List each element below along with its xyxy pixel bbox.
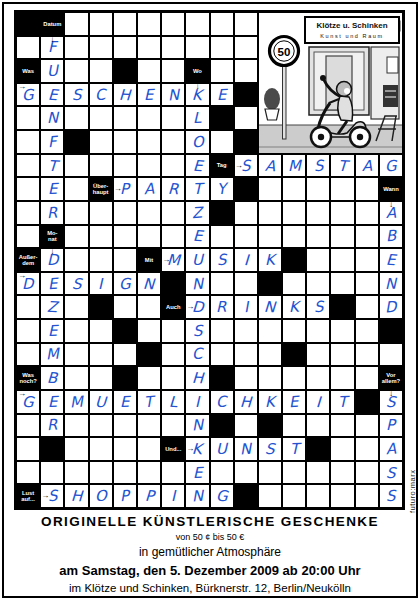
empty-cell-r17-c6: [162, 415, 184, 437]
letter-cell-r20-c5: P: [138, 485, 160, 507]
answer-letter: T: [193, 180, 202, 198]
letter-cell-r3-c8: E: [211, 84, 233, 106]
empty-cell-r2-c3: [90, 60, 112, 82]
empty-cell-r20-c12: [307, 485, 329, 507]
empty-cell-r2-c6: [162, 60, 184, 82]
flyer: DatumF↓WasUWoG→ESCHENK↓ENLFOTETagS→AMSTA…: [0, 0, 420, 600]
answer-letter: S: [386, 487, 396, 505]
empty-cell-r13-c11: [283, 320, 305, 342]
answer-letter: R: [46, 416, 58, 435]
answer-letter: N: [191, 274, 203, 293]
answer-letter: Y: [216, 180, 226, 199]
empty-cell-r13-c10: [259, 320, 281, 342]
empty-cell-r1-c5: [138, 37, 160, 59]
letter-cell-r10-c6: M→: [162, 249, 184, 271]
letter-cell-r18-c7: K→: [186, 438, 208, 460]
answer-letter: G: [384, 156, 397, 175]
letter-cell-r11-c7: N: [186, 273, 208, 295]
black-cell-r5-c2: [65, 131, 87, 153]
empty-cell-r11-c11: [283, 273, 305, 295]
answer-letter: H: [191, 369, 203, 388]
arrow-bend-icon: →: [18, 272, 26, 280]
empty-cell-r11-c14: [356, 273, 378, 295]
empty-cell-r18-c4: [114, 438, 136, 460]
empty-cell-r15-c13: [331, 367, 353, 389]
black-cell-r15-c4: [114, 367, 136, 389]
answer-letter: E: [47, 393, 57, 411]
letter-cell-r17-c7: N: [186, 415, 208, 437]
answer-letter: P: [120, 487, 130, 506]
letter-cell-r14-c1: M: [41, 344, 63, 366]
footer-prices: von 50 ¢ bis 50 €: [0, 532, 420, 542]
empty-cell-r10-c12: [307, 249, 329, 271]
letter-cell-r2-c1: U: [41, 60, 63, 82]
shop-sign-line2: Kunst und Raum: [320, 33, 383, 39]
answer-letter: N: [191, 487, 203, 506]
letter-cell-r16-c12: I: [307, 391, 329, 413]
empty-cell-r0-c5: [138, 13, 160, 35]
answer-letter: S: [71, 274, 81, 292]
empty-cell-r19-c4: [114, 462, 136, 484]
small-sign: [387, 57, 398, 73]
empty-cell-r19-c3: [90, 462, 112, 484]
empty-cell-r5-c4: [114, 131, 136, 153]
empty-cell-r5-c0: [17, 131, 39, 153]
empty-cell-r19-c1: [41, 462, 63, 484]
letter-cell-r12-c1: Z: [41, 296, 63, 318]
letter-cell-r18-c9: N: [235, 438, 257, 460]
empty-cell-r8-c14: [356, 202, 378, 224]
empty-cell-r9-c2: [65, 226, 87, 248]
letter-cell-r18-c8: U: [211, 438, 233, 460]
arrow-down-icon: ↓: [389, 201, 393, 209]
letter-cell-r11-c1: E: [41, 273, 63, 295]
letter-cell-r6-c14: A: [356, 155, 378, 177]
letter-cell-r3-c2: S: [65, 84, 87, 106]
empty-cell-r13-c8: [211, 320, 233, 342]
empty-cell-r20-c13: [331, 485, 353, 507]
empty-cell-r6-c5: [138, 155, 160, 177]
letter-cell-r4-c7: L: [186, 107, 208, 129]
arrow-down-icon: ↓: [195, 83, 199, 91]
empty-cell-r6-c3: [90, 155, 112, 177]
empty-cell-r7-c10: [259, 178, 281, 200]
empty-cell-r17-c13: [331, 415, 353, 437]
letter-cell-r3-c4: H: [114, 84, 136, 106]
empty-cell-r19-c8: [211, 462, 233, 484]
answer-letter: Z: [192, 203, 204, 222]
answer-letter: C: [192, 345, 204, 364]
answer-letter: N: [191, 416, 203, 435]
answer-letter: E: [192, 156, 202, 174]
rider-helmet: [337, 82, 352, 97]
clue-cell-r20-c0: Lust auf...: [17, 485, 39, 507]
letter-cell-r3-c5: E: [138, 84, 160, 106]
empty-cell-r5-c5: [138, 131, 160, 153]
shop-sign-line1: Klötze u. Schinken: [316, 21, 387, 30]
letter-cell-r7-c4: P→: [114, 178, 136, 200]
answer-letter: M: [45, 345, 59, 364]
footer: ORIGINELLE KÜNSTLERISCHE GESCHENKE von 5…: [0, 514, 420, 594]
letter-cell-r16-c4: E: [114, 391, 136, 413]
empty-cell-r12-c2: [65, 296, 87, 318]
empty-cell-r0-c8: [211, 13, 233, 35]
answer-letter: K: [265, 251, 275, 269]
empty-cell-r7-c14: [356, 178, 378, 200]
empty-cell-r17-c11: [283, 415, 305, 437]
empty-cell-r14-c12: [307, 344, 329, 366]
empty-cell-r5-c3: [90, 131, 112, 153]
answer-letter: E: [217, 86, 227, 104]
answer-letter: A: [361, 156, 372, 174]
empty-cell-r10-c14: [356, 249, 378, 271]
letter-cell-r18-c15: A: [380, 438, 402, 460]
empty-cell-r15-c14: [356, 367, 378, 389]
empty-cell-r14-c3: [90, 344, 112, 366]
letter-cell-r18-c11: T: [283, 438, 305, 460]
letter-cell-r3-c1: E: [41, 84, 63, 106]
empty-cell-r0-c2: [65, 13, 87, 35]
letter-cell-r7-c1: E: [41, 178, 63, 200]
answer-letter: D: [385, 298, 398, 317]
letter-cell-r12-c8: R: [211, 296, 233, 318]
letter-cell-r6-c12: S: [307, 155, 329, 177]
letter-cell-r6-c10: A: [259, 155, 281, 177]
letter-cell-r11-c2: S: [65, 273, 87, 295]
letter-cell-r10-c8: S: [211, 249, 233, 271]
letter-cell-r11-c4: G: [114, 273, 136, 295]
empty-cell-r17-c2: [65, 415, 87, 437]
empty-cell-r19-c9: [235, 462, 257, 484]
answer-letter: E: [386, 251, 396, 269]
letter-cell-r8-c7: Z: [186, 202, 208, 224]
arrow-right-icon: →: [41, 492, 49, 500]
empty-cell-r11-c12: [307, 273, 329, 295]
empty-cell-r11-c9: [235, 273, 257, 295]
letter-cell-r19-c15: S: [380, 462, 402, 484]
empty-cell-r15-c12: [307, 367, 329, 389]
empty-cell-r13-c12: [307, 320, 329, 342]
empty-cell-r19-c6: [162, 462, 184, 484]
empty-cell-r15-c5: [138, 367, 160, 389]
empty-cell-r15-c3: [90, 367, 112, 389]
empty-cell-r14-c4: [114, 344, 136, 366]
dark-sign: [383, 85, 398, 107]
answer-letter: N: [47, 109, 59, 127]
empty-cell-r8-c11: [283, 202, 305, 224]
arrow-right-icon: →: [162, 256, 170, 264]
clue-cell-r9-c1: Mo- nat: [41, 226, 63, 248]
empty-cell-r10-c13: [331, 249, 353, 271]
letter-cell-r3-c6: N: [162, 84, 184, 106]
empty-cell-r14-c10: [259, 344, 281, 366]
answer-letter: N: [143, 274, 155, 293]
letter-cell-r20-c3: O: [90, 485, 112, 507]
empty-cell-r9-c12: [307, 226, 329, 248]
black-cell-r15-c8: [211, 367, 233, 389]
empty-cell-r13-c14: [356, 320, 378, 342]
answer-letter: N: [167, 85, 179, 104]
arrow-right-icon: →: [186, 303, 194, 311]
letter-cell-r9-c15: B: [380, 226, 402, 248]
empty-cell-r13-c6: [162, 320, 184, 342]
answer-letter: G: [215, 487, 228, 506]
black-cell-r2-c4: [114, 60, 136, 82]
arrow-down-icon: ↓: [50, 248, 54, 256]
black-cell-r12-c3: [90, 296, 112, 318]
letter-cell-r16-c6: L: [162, 391, 184, 413]
empty-cell-r8-c10: [259, 202, 281, 224]
answer-letter: O: [95, 487, 107, 505]
empty-cell-r11-c8: [211, 273, 233, 295]
answer-letter: S: [216, 251, 227, 270]
empty-cell-r8-c12: [307, 202, 329, 224]
clue-cell-r10-c0: Außer- dem: [17, 249, 39, 271]
empty-cell-r19-c12: [307, 462, 329, 484]
letter-cell-r16-c1: E: [41, 391, 63, 413]
empty-cell-r2-c8: [211, 60, 233, 82]
letter-cell-r7-c7: T: [186, 178, 208, 200]
answer-letter: R: [168, 180, 179, 199]
letter-cell-r10-c10: K: [259, 249, 281, 271]
letter-cell-r15-c1: B: [41, 367, 63, 389]
letter-cell-r20-c15: S: [380, 485, 402, 507]
empty-cell-r19-c11: [283, 462, 305, 484]
empty-cell-r14-c8: [211, 344, 233, 366]
speed-limit-text: 50: [278, 46, 291, 58]
empty-cell-r18-c13: [331, 438, 353, 460]
answer-letter: I: [243, 251, 248, 269]
arrow-down-icon: ↓: [389, 390, 393, 398]
black-cell-r17-c8: [211, 415, 233, 437]
empty-cell-r12-c5: [138, 296, 160, 318]
empty-cell-r14-c14: [356, 344, 378, 366]
empty-cell-r19-c13: [331, 462, 353, 484]
letter-cell-r15-c7: H: [186, 367, 208, 389]
answer-letter: A: [264, 156, 275, 175]
black-cell-r18-c1: [41, 438, 63, 460]
answer-letter: G: [118, 274, 131, 293]
arrow-right-icon: →: [235, 162, 243, 170]
letter-cell-r16-c10: K: [259, 391, 281, 413]
empty-cell-r9-c6: [162, 226, 184, 248]
letter-cell-r16-c3: U: [90, 391, 112, 413]
sign-pole: [283, 65, 287, 139]
letter-cell-r10-c15: E: [380, 249, 402, 271]
letter-cell-r16-c2: M: [65, 391, 87, 413]
empty-cell-r20-c11: [283, 485, 305, 507]
letter-cell-r20-c4: P: [114, 485, 136, 507]
empty-cell-r13-c3: [90, 320, 112, 342]
empty-cell-r0-c3: [90, 13, 112, 35]
letter-cell-r18-c10: S: [259, 438, 281, 460]
empty-cell-r12-c4: [114, 296, 136, 318]
empty-cell-r8-c2: [65, 202, 87, 224]
empty-cell-r0-c7: [186, 13, 208, 35]
answer-letter: F: [47, 133, 57, 152]
empty-cell-r14-c9: [235, 344, 257, 366]
empty-cell-r6-c2: [65, 155, 87, 177]
letter-cell-r7-c8: Y: [211, 178, 233, 200]
answer-letter: N: [385, 275, 397, 293]
empty-cell-r4-c3: [90, 107, 112, 129]
letter-cell-r5-c7: O: [186, 131, 208, 153]
storefront-illustration: Klötze u. Schinken Kunst und Raum 50: [259, 13, 402, 153]
empty-cell-r1-c8: [211, 37, 233, 59]
empty-cell-r18-c3: [90, 438, 112, 460]
arrow-right-icon: →: [114, 185, 122, 193]
letter-cell-r3-c0: G→: [17, 84, 39, 106]
answer-letter: T: [338, 393, 347, 411]
arrow-down-icon: ↓: [50, 36, 54, 44]
footer-address: im Klötze und Schinken, Bürknerstr. 12, …: [0, 582, 420, 594]
answer-letter: R: [46, 203, 58, 222]
empty-cell-r15-c10: [259, 367, 281, 389]
answer-letter: B: [385, 227, 397, 246]
empty-cell-r7-c11: [283, 178, 305, 200]
empty-cell-r0-c9: [235, 13, 257, 35]
answer-letter: U: [46, 62, 58, 81]
answer-letter: S: [313, 156, 324, 175]
answer-letter: M: [69, 392, 83, 411]
empty-cell-r17-c4: [114, 415, 136, 437]
empty-cell-r0-c4: [114, 13, 136, 35]
letter-cell-r7-c6: R: [162, 178, 184, 200]
clue-cell-r10-c5: Mit: [138, 249, 160, 271]
answer-letter: A: [143, 180, 154, 199]
answer-letter: R: [216, 298, 227, 316]
black-cell-r14-c5: [138, 344, 160, 366]
clue-cell-r15-c0: Was noch?: [17, 367, 39, 389]
empty-cell-r15-c11: [283, 367, 305, 389]
answer-letter: H: [119, 85, 131, 104]
empty-cell-r9-c3: [90, 226, 112, 248]
empty-cell-r4-c0: [17, 107, 39, 129]
empty-cell-r18-c14: [356, 438, 378, 460]
letter-cell-r6-c11: M: [283, 155, 305, 177]
empty-cell-r17-c3: [90, 415, 112, 437]
black-cell-r11-c6: [162, 273, 184, 295]
letter-cell-r9-c7: E: [186, 226, 208, 248]
answer-letter: T: [144, 392, 154, 411]
letter-cell-r11-c0: D→: [17, 273, 39, 295]
letter-cell-r4-c1: N: [41, 107, 63, 129]
empty-cell-r2-c5: [138, 60, 160, 82]
letter-cell-r6-c9: S→: [235, 155, 257, 177]
plant-pot: [265, 109, 279, 120]
answer-letter: I: [316, 393, 321, 411]
answer-letter: M: [288, 156, 301, 174]
black-cell-r13-c15: [380, 320, 402, 342]
empty-cell-r9-c9: [235, 226, 257, 248]
empty-cell-r7-c12: [307, 178, 329, 200]
answer-letter: I: [171, 487, 176, 505]
letter-cell-r12-c15: D: [380, 296, 402, 318]
letter-cell-r13-c7: S: [186, 320, 208, 342]
letter-cell-r6-c7: E: [186, 155, 208, 177]
answer-letter: I: [195, 393, 200, 411]
letter-cell-r16-c11: E: [283, 391, 305, 413]
black-cell-r4-c8: [211, 107, 233, 129]
answer-letter: E: [289, 392, 300, 411]
arrow-bend-icon: →: [18, 390, 26, 398]
black-cell-r16-c14: [356, 391, 378, 413]
answer-letter: H: [240, 392, 252, 411]
answer-letter: E: [47, 85, 57, 103]
crossword-grid-border: DatumF↓WasUWoG→ESCHENK↓ENLFOTETagS→AMSTA…: [14, 10, 405, 510]
empty-cell-r4-c4: [114, 107, 136, 129]
letter-cell-r14-c7: C: [186, 344, 208, 366]
empty-cell-r14-c13: [331, 344, 353, 366]
clue-cell-r2-c0: Was: [17, 60, 39, 82]
empty-cell-r2-c2: [65, 60, 87, 82]
answer-letter: E: [47, 322, 57, 340]
empty-cell-r1-c2: [65, 37, 87, 59]
empty-cell-r17-c14: [356, 415, 378, 437]
letter-cell-r12-c7: D→: [186, 296, 208, 318]
black-cell-r18-c12: [307, 438, 329, 460]
empty-cell-r13-c9: [235, 320, 257, 342]
answer-letter: S: [265, 440, 275, 458]
empty-cell-r19-c5: [138, 462, 160, 484]
answer-letter: C: [216, 392, 228, 411]
empty-cell-r8-c3: [90, 202, 112, 224]
empty-cell-r8-c0: [17, 202, 39, 224]
empty-cell-r7-c2: [65, 178, 87, 200]
letter-cell-r3-c3: C: [90, 84, 112, 106]
empty-cell-r13-c2: [65, 320, 87, 342]
black-cell-r14-c11: [283, 344, 305, 366]
empty-cell-r13-c13: [331, 320, 353, 342]
empty-cell-r12-c0: [17, 296, 39, 318]
empty-cell-r4-c5: [138, 107, 160, 129]
empty-cell-r12-c14: [356, 296, 378, 318]
letter-cell-r1-c1: F↓: [41, 37, 63, 59]
black-cell-r7-c9: [235, 178, 257, 200]
empty-cell-r13-c5: [138, 320, 160, 342]
answer-letter: S: [386, 463, 396, 481]
clue-cell-r7-c15: Wann: [380, 178, 402, 200]
letter-cell-r12-c12: S: [307, 296, 329, 318]
answer-letter: T: [337, 156, 347, 174]
answer-letter: P: [144, 487, 154, 505]
black-cell-r13-c4: [114, 320, 136, 342]
letter-cell-r17-c1: R: [41, 415, 63, 437]
empty-cell-r5-c8: [211, 131, 233, 153]
empty-cell-r7-c13: [331, 178, 353, 200]
clue-cell-r6-c8: Tag: [211, 155, 233, 177]
empty-cell-r15-c2: [65, 367, 87, 389]
empty-cell-r6-c0: [17, 155, 39, 177]
empty-cell-r14-c0: [17, 344, 39, 366]
letter-cell-r8-c1: R: [41, 202, 63, 224]
letter-cell-r3-c7: K↓: [186, 84, 208, 106]
answer-letter: T: [289, 440, 298, 458]
answer-letter: P: [386, 416, 395, 434]
letter-cell-r8-c15: A↓: [380, 202, 402, 224]
clue-cell-r7-c3: Über- haupt: [90, 178, 112, 200]
letter-cell-r11-c3: I: [90, 273, 112, 295]
empty-cell-r19-c0: [17, 462, 39, 484]
clue-cell-r18-c6: Und...: [162, 438, 184, 460]
answer-letter: O: [191, 133, 204, 152]
empty-cell-r17-c5: [138, 415, 160, 437]
empty-cell-r18-c2: [65, 438, 87, 460]
answer-letter: S: [192, 322, 202, 340]
answer-letter: U: [192, 251, 203, 269]
empty-cell-r8-c5: [138, 202, 160, 224]
empty-cell-r4-c6: [162, 107, 184, 129]
